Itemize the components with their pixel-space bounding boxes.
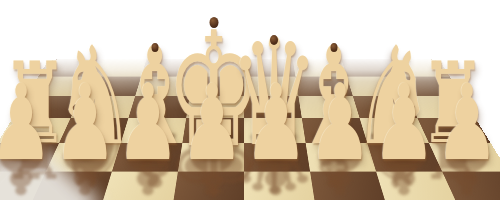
piece-white-pawn-h2: ♟ bbox=[0, 71, 53, 176]
piece-white-pawn-b2: ♟ bbox=[372, 71, 436, 176]
piece-white-pawn-e2: ♟ bbox=[180, 71, 244, 176]
d1-finial bbox=[270, 35, 278, 45]
pieces-layer: ♜♜♞♞♝♝♚♚♛♛♝♝♞♞♜♜♟♟♟♟♟♟♟♟♟♟♟♟♟♟♟♟ bbox=[0, 0, 500, 200]
piece-white-pawn-f2: ♟ bbox=[116, 71, 180, 176]
chess-set-photo: ♜♜♞♞♝♝♚♚♛♛♝♝♞♞♜♜♟♟♟♟♟♟♟♟♟♟♟♟♟♟♟♟ bbox=[0, 0, 500, 200]
piece-white-pawn-a2: ♟ bbox=[435, 71, 499, 176]
piece-white-pawn-d2: ♟ bbox=[244, 71, 308, 176]
piece-white-pawn-g2: ♟ bbox=[53, 71, 117, 176]
e1-finial bbox=[210, 17, 219, 28]
piece-white-pawn-c2: ♟ bbox=[308, 71, 372, 176]
f1-finial bbox=[152, 43, 159, 52]
c1-finial bbox=[331, 43, 338, 52]
